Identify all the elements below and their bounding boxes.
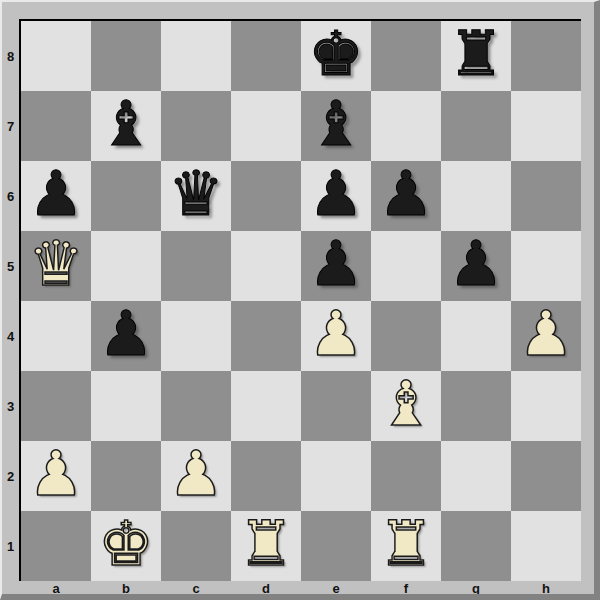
rank-label-3: 3 [2,371,19,441]
black-pawn-a6[interactable]: ♟ [28,161,84,229]
square-g8[interactable]: ♜ [441,21,511,91]
file-label-c: c [161,581,231,596]
square-h2[interactable] [511,441,581,511]
file-label-d: d [231,581,301,596]
black-king-e8[interactable]: ♚ [308,21,364,89]
square-c1[interactable] [161,511,231,581]
white-pawn-a2[interactable]: ♟ [28,441,84,509]
square-g3[interactable] [441,371,511,441]
square-d2[interactable] [231,441,301,511]
square-f4[interactable] [371,301,441,371]
white-pawn-e4[interactable]: ♟ [308,301,364,369]
square-e1[interactable] [301,511,371,581]
rank-label-6: 6 [2,161,19,231]
square-b6[interactable] [91,161,161,231]
square-h7[interactable] [511,91,581,161]
square-g1[interactable] [441,511,511,581]
rank-label-2: 2 [2,441,19,511]
square-d8[interactable] [231,21,301,91]
black-pawn-g5[interactable]: ♟ [448,231,504,299]
black-bishop-b7[interactable]: ♝ [98,91,154,159]
square-f2[interactable] [371,441,441,511]
square-f7[interactable] [371,91,441,161]
square-a1[interactable] [21,511,91,581]
black-bishop-e7[interactable]: ♝ [308,91,364,159]
square-c8[interactable] [161,21,231,91]
black-pawn-b4[interactable]: ♟ [98,301,154,369]
square-g4[interactable] [441,301,511,371]
square-d4[interactable] [231,301,301,371]
square-e8[interactable]: ♚ [301,21,371,91]
square-c3[interactable] [161,371,231,441]
square-g6[interactable] [441,161,511,231]
square-g5[interactable]: ♟ [441,231,511,301]
white-king-b1[interactable]: ♚ [98,511,154,579]
square-h8[interactable] [511,21,581,91]
square-h3[interactable] [511,371,581,441]
square-c2[interactable]: ♟ [161,441,231,511]
rank-label-8: 8 [2,21,19,91]
chessboard-frame: ♚♜♝♝♟♛♟♟♛♟♟♟♟♟♝♟♟♚♜♜ 87654321 abcdefgh [0,0,600,600]
square-c4[interactable] [161,301,231,371]
square-f3[interactable]: ♝ [371,371,441,441]
square-e7[interactable]: ♝ [301,91,371,161]
square-b5[interactable] [91,231,161,301]
white-queen-a5[interactable]: ♛ [28,231,84,299]
square-a6[interactable]: ♟ [21,161,91,231]
square-b4[interactable]: ♟ [91,301,161,371]
square-h1[interactable] [511,511,581,581]
rank-label-4: 4 [2,301,19,371]
black-queen-c6[interactable]: ♛ [168,161,224,229]
file-label-f: f [371,581,441,596]
square-e6[interactable]: ♟ [301,161,371,231]
white-rook-d1[interactable]: ♜ [238,511,294,579]
black-pawn-e5[interactable]: ♟ [308,231,364,299]
rank-label-7: 7 [2,91,19,161]
rank-label-5: 5 [2,231,19,301]
black-pawn-f6[interactable]: ♟ [378,161,434,229]
square-e5[interactable]: ♟ [301,231,371,301]
square-d3[interactable] [231,371,301,441]
square-c6[interactable]: ♛ [161,161,231,231]
square-e3[interactable] [301,371,371,441]
square-g7[interactable] [441,91,511,161]
square-b1[interactable]: ♚ [91,511,161,581]
square-a4[interactable] [21,301,91,371]
square-h4[interactable]: ♟ [511,301,581,371]
rank-label-1: 1 [2,511,19,581]
square-b2[interactable] [91,441,161,511]
file-label-g: g [441,581,511,596]
square-g2[interactable] [441,441,511,511]
file-label-a: a [21,581,91,596]
square-a2[interactable]: ♟ [21,441,91,511]
file-label-b: b [91,581,161,596]
black-pawn-e6[interactable]: ♟ [308,161,364,229]
square-c7[interactable] [161,91,231,161]
square-d5[interactable] [231,231,301,301]
white-rook-f1[interactable]: ♜ [378,511,434,579]
white-bishop-f3[interactable]: ♝ [378,371,434,439]
square-d7[interactable] [231,91,301,161]
square-e2[interactable] [301,441,371,511]
square-d6[interactable] [231,161,301,231]
square-b7[interactable]: ♝ [91,91,161,161]
square-d1[interactable]: ♜ [231,511,301,581]
square-b3[interactable] [91,371,161,441]
white-pawn-c2[interactable]: ♟ [168,441,224,509]
chess-board: ♚♜♝♝♟♛♟♟♛♟♟♟♟♟♝♟♟♚♜♜ [19,19,581,581]
square-c5[interactable] [161,231,231,301]
white-pawn-h4[interactable]: ♟ [518,301,574,369]
square-a5[interactable]: ♛ [21,231,91,301]
square-f8[interactable] [371,21,441,91]
square-f5[interactable] [371,231,441,301]
square-a7[interactable] [21,91,91,161]
square-b8[interactable] [91,21,161,91]
square-f6[interactable]: ♟ [371,161,441,231]
square-e4[interactable]: ♟ [301,301,371,371]
file-label-e: e [301,581,371,596]
black-rook-g8[interactable]: ♜ [448,21,504,89]
file-label-h: h [511,581,581,596]
square-h5[interactable] [511,231,581,301]
square-a8[interactable] [21,21,91,91]
square-h6[interactable] [511,161,581,231]
square-a3[interactable] [21,371,91,441]
square-f1[interactable]: ♜ [371,511,441,581]
